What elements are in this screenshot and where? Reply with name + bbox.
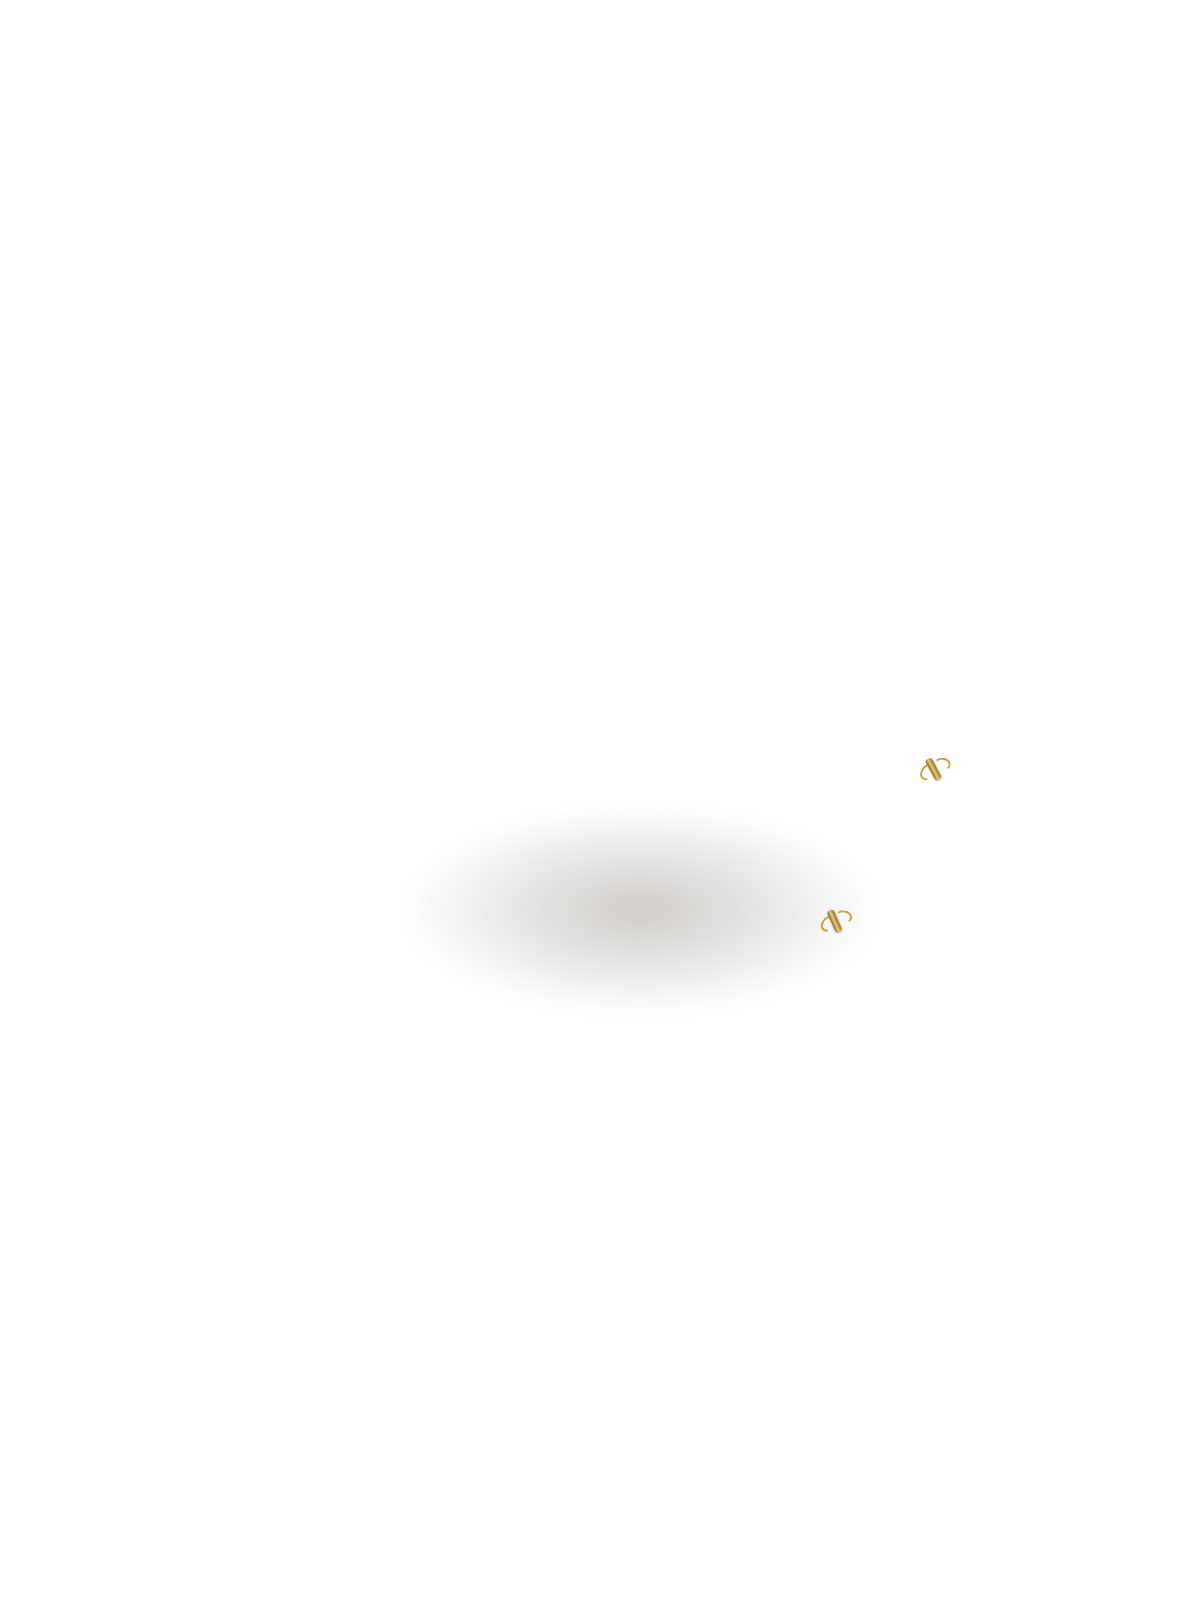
product-photo-page [0, 0, 1200, 1600]
latch-wing-icon [933, 758, 950, 772]
board-ground-shadow [320, 770, 960, 1050]
